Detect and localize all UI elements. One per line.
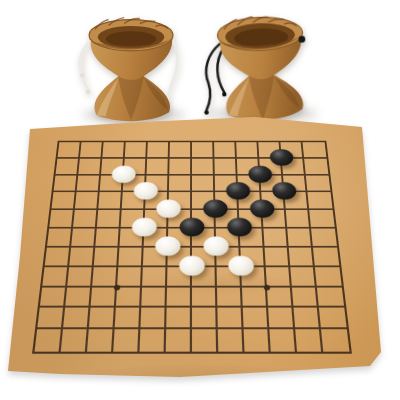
board-cell: [192, 308, 218, 329]
board-cell: [266, 267, 292, 287]
black-stone: [269, 149, 294, 166]
board-cell: [286, 210, 311, 228]
board-cell: [47, 229, 73, 248]
board-cell: [315, 267, 342, 287]
board-cell: [118, 248, 143, 267]
board-cell: [214, 159, 237, 176]
board-cell: [287, 229, 313, 248]
white-stone: [156, 200, 181, 218]
board-cell: [80, 142, 104, 158]
bag-left-graphic: [70, 2, 195, 124]
drawstring-bag-right: [194, 0, 328, 126]
board-cell: [169, 175, 192, 192]
board-cell: [309, 210, 335, 228]
board-cell: [294, 308, 322, 329]
bag-right-graphic: [194, 0, 328, 126]
black-stone: [226, 182, 251, 200]
black-stone: [203, 200, 228, 218]
board-cell: [242, 287, 268, 308]
product-photo-go-set: [0, 0, 400, 400]
board-cell: [77, 175, 101, 192]
cord-tip: [222, 92, 227, 97]
board-cell: [311, 229, 337, 248]
board-cell: [94, 248, 120, 267]
board-cell: [217, 287, 243, 308]
board-cell: [267, 287, 294, 308]
go-board-grid: [32, 141, 352, 354]
board-cell: [263, 229, 288, 248]
board-cell: [87, 329, 115, 351]
board-cell: [217, 308, 243, 329]
board-cell: [269, 329, 297, 351]
board-cell: [321, 329, 349, 351]
board-cell: [98, 193, 123, 211]
board-cell: [55, 159, 79, 176]
black-stone: [250, 200, 275, 218]
board-cell: [307, 193, 332, 211]
board-cell: [113, 329, 140, 351]
white-stone: [203, 236, 229, 255]
board-cell: [63, 308, 91, 329]
black-stone: [272, 182, 297, 200]
board-cell: [268, 308, 295, 329]
board-cell: [166, 308, 192, 329]
board-cell: [71, 229, 97, 248]
bag-opening-inner: [106, 31, 157, 47]
board-cell: [140, 308, 166, 329]
cord-tip: [80, 73, 84, 77]
board-cell: [102, 142, 125, 158]
board-cell: [65, 287, 92, 308]
board-cell: [306, 175, 331, 192]
board-cell: [147, 142, 170, 158]
board-cell: [265, 248, 291, 267]
board-cell: [192, 159, 215, 176]
board-cell: [292, 287, 319, 308]
drawstring-bag-left: [70, 2, 195, 124]
white-stone: [179, 256, 205, 276]
board-cell: [67, 267, 94, 287]
board-cell: [295, 329, 323, 351]
board-cell: [169, 159, 192, 176]
board-cell: [244, 329, 271, 351]
board-cell: [304, 159, 328, 176]
board-cell: [170, 142, 192, 158]
board-cell: [90, 287, 117, 308]
board-cell: [192, 329, 218, 351]
board-cell: [192, 142, 214, 158]
board-cell: [78, 159, 102, 176]
board-cell: [289, 248, 315, 267]
white-stone: [155, 236, 181, 255]
white-stone: [228, 256, 254, 276]
board-cell: [141, 287, 167, 308]
board-cell: [49, 210, 75, 228]
black-stone: [180, 218, 205, 237]
board-cell: [317, 287, 344, 308]
board-cell: [75, 193, 100, 211]
board-cell: [45, 248, 72, 267]
board-cell: [142, 267, 167, 287]
board-cell: [89, 308, 116, 329]
board-cell: [192, 175, 215, 192]
board-cell: [97, 210, 122, 228]
board-cell: [116, 287, 142, 308]
black-stone: [227, 218, 253, 237]
board-cell: [243, 308, 270, 329]
board-cell: [192, 287, 217, 308]
board-cell: [146, 159, 169, 176]
board-cell: [37, 308, 65, 329]
board-cell: [214, 142, 237, 158]
cord-tip: [86, 90, 90, 94]
board-cell: [40, 287, 67, 308]
board-cell: [69, 248, 95, 267]
board-cell: [167, 287, 192, 308]
board-cell: [140, 329, 167, 351]
board-cell: [218, 329, 245, 351]
black-stone: [248, 165, 273, 182]
board-cell: [290, 267, 317, 287]
board-cell: [303, 142, 327, 158]
board-cell: [166, 329, 192, 351]
star-point: [264, 284, 271, 290]
board-cell: [313, 248, 340, 267]
board-cell: [51, 193, 76, 211]
board-cell: [95, 229, 120, 248]
board-cell: [125, 142, 148, 158]
board-cell: [53, 175, 78, 192]
board-cell: [117, 267, 143, 287]
board-cell: [61, 329, 89, 351]
board-cell: [73, 210, 98, 228]
board-cell: [35, 329, 63, 351]
board-cell: [57, 142, 81, 158]
board-cell: [42, 267, 69, 287]
board-cell: [236, 142, 259, 158]
board-cell: [115, 308, 142, 329]
board-cell: [319, 308, 347, 329]
